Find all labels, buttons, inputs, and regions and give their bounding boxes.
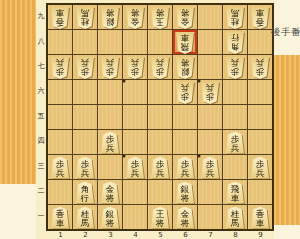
shogi-piece-歩兵: 歩兵 (198, 155, 222, 179)
shogi-piece-歩兵: 歩兵 (198, 80, 222, 104)
board-cell (73, 105, 97, 129)
board-cell: 桂馬 (223, 5, 247, 29)
shogi-piece-歩兵: 歩兵 (48, 55, 72, 79)
wallpaper-left (0, 0, 36, 184)
board-cell: 歩兵 (223, 55, 247, 79)
board-cell (223, 80, 247, 104)
shogi-piece-桂馬: 桂馬 (73, 205, 97, 229)
shogi-piece-歩兵: 歩兵 (123, 55, 147, 79)
shogi-piece-歩兵: 歩兵 (123, 155, 147, 179)
file-label: 8 (223, 231, 248, 239)
board-cell (48, 180, 72, 204)
board-cell (123, 205, 147, 229)
board-cell: 香車 (248, 5, 272, 29)
board-cell (48, 30, 72, 54)
file-label: 4 (123, 231, 148, 239)
rank-label: 一 (38, 203, 45, 228)
board-cell: 歩兵 (123, 155, 147, 179)
board-cell (198, 105, 222, 129)
board-cell: 銀将 (173, 55, 197, 79)
board-cell (248, 80, 272, 104)
shogi-piece-歩兵: 歩兵 (73, 155, 97, 179)
board-cell: 歩兵 (148, 155, 172, 179)
board-cell: 桂馬 (73, 5, 97, 29)
file-label: 7 (198, 231, 223, 239)
board-cell (98, 105, 122, 129)
shogi-piece-角行: 角行 (73, 180, 97, 204)
shogi-piece-金将: 金将 (123, 5, 147, 29)
shogi-piece-王将: 王将 (148, 205, 172, 229)
board-cell: 銀将 (98, 5, 122, 29)
shogi-piece-飛車: 飛車 (223, 180, 247, 204)
shogi-piece-歩兵: 歩兵 (223, 55, 247, 79)
board-cell: 香車 (48, 5, 72, 29)
shogi-piece-香車: 香車 (48, 205, 72, 229)
board-cell (198, 55, 222, 79)
rank-labels: 九八七六五四三二一 (36, 3, 46, 228)
board-cell: 桂馬 (223, 205, 247, 229)
shogi-piece-桂馬: 桂馬 (223, 205, 247, 229)
board-cell: 金将 (98, 180, 122, 204)
board-cell (173, 130, 197, 154)
board-cell: 歩兵 (73, 155, 97, 179)
file-labels: 123456789 (48, 231, 273, 239)
shogi-board-panel: 九八七六五四三二一 香車桂馬銀将金将玉将金将桂馬香車飛車角行歩兵歩兵歩兵歩兵歩兵… (36, 0, 274, 239)
board-cell (248, 180, 272, 204)
board-cell (148, 30, 172, 54)
board-cell (148, 130, 172, 154)
shogi-piece-歩兵: 歩兵 (173, 80, 197, 104)
shogi-piece-銀将: 銀将 (98, 205, 122, 229)
rank-label: 三 (38, 153, 45, 178)
rank-label: 八 (38, 28, 45, 53)
board-cell: 香車 (248, 205, 272, 229)
board-cell (123, 80, 147, 104)
board-cell-last-move: 飛車 (173, 30, 197, 54)
board-cell: 歩兵 (98, 55, 122, 79)
shogi-piece-歩兵: 歩兵 (223, 130, 247, 154)
shogi-piece-歩兵: 歩兵 (148, 155, 172, 179)
board-cell: 歩兵 (148, 55, 172, 79)
turn-indicator: 後手番 (271, 26, 300, 39)
file-label: 5 (148, 231, 173, 239)
shogi-piece-香車: 香車 (248, 205, 272, 229)
shogi-piece-銀将: 銀将 (98, 5, 122, 29)
shogi-piece-歩兵: 歩兵 (98, 130, 122, 154)
shogi-piece-金将: 金将 (98, 180, 122, 204)
board-cell (73, 30, 97, 54)
board-cell: 香車 (48, 205, 72, 229)
shogi-piece-歩兵: 歩兵 (48, 155, 72, 179)
wallpaper-right (274, 55, 300, 225)
board-cell (198, 130, 222, 154)
board-cell: 銀将 (173, 180, 197, 204)
board-cell (73, 130, 97, 154)
rank-label: 七 (38, 53, 45, 78)
board-cell: 歩兵 (198, 155, 222, 179)
file-label: 3 (98, 231, 123, 239)
shogi-piece-歩兵: 歩兵 (73, 55, 97, 79)
board-cell: 歩兵 (173, 80, 197, 104)
board-cell (198, 205, 222, 229)
board-cell (48, 130, 72, 154)
board-cell: 歩兵 (48, 155, 72, 179)
board-cell (148, 180, 172, 204)
file-label: 1 (48, 231, 73, 239)
board-cell: 玉将 (148, 5, 172, 29)
shogi-piece-香車: 香車 (48, 5, 72, 29)
shogi-piece-角行: 角行 (223, 30, 247, 54)
shogi-piece-銀将: 銀将 (173, 180, 197, 204)
shogi-piece-飛車: 飛車 (173, 30, 197, 54)
board-cell: 歩兵 (173, 155, 197, 179)
file-label: 9 (248, 231, 273, 239)
board-cell (248, 130, 272, 154)
shogi-piece-金将: 金将 (173, 5, 197, 29)
hoshi-dot (123, 80, 126, 83)
shogi-piece-歩兵: 歩兵 (98, 55, 122, 79)
hoshi-dot (198, 80, 201, 83)
shogi-piece-香車: 香車 (248, 5, 272, 29)
hoshi-dot (198, 155, 201, 158)
board-cell (198, 5, 222, 29)
rank-label: 五 (38, 103, 45, 128)
board-cell: 歩兵 (198, 80, 222, 104)
board-cell (198, 30, 222, 54)
board-cell (148, 105, 172, 129)
shogi-piece-銀将: 銀将 (173, 55, 197, 79)
rank-label: 六 (38, 78, 45, 103)
board-cell: 歩兵 (73, 55, 97, 79)
file-label: 2 (73, 231, 98, 239)
shogi-piece-歩兵: 歩兵 (148, 55, 172, 79)
board-cell (48, 105, 72, 129)
rank-label: 四 (38, 128, 45, 153)
board-cell (173, 105, 197, 129)
shogi-piece-金将: 金将 (173, 205, 197, 229)
board-cell: 金将 (173, 205, 197, 229)
hoshi-dot (123, 155, 126, 158)
rank-label: 二 (38, 178, 45, 203)
board-cell (148, 80, 172, 104)
shogi-piece-桂馬: 桂馬 (73, 5, 97, 29)
board-cell (248, 105, 272, 129)
board-cell (223, 155, 247, 179)
board-cell (248, 30, 272, 54)
board-cell (123, 105, 147, 129)
board-cell: 角行 (73, 180, 97, 204)
board-cell (123, 180, 147, 204)
board-cell: 歩兵 (48, 55, 72, 79)
board-cell (223, 105, 247, 129)
board-cell (123, 30, 147, 54)
board-cell (48, 80, 72, 104)
board-cell: 角行 (223, 30, 247, 54)
board-cell: 金将 (123, 5, 147, 29)
shogi-board: 香車桂馬銀将金将玉将金将桂馬香車飛車角行歩兵歩兵歩兵歩兵歩兵銀将歩兵歩兵歩兵歩兵… (46, 3, 274, 231)
shogi-piece-歩兵: 歩兵 (248, 155, 272, 179)
board-cell: 銀将 (98, 205, 122, 229)
board-cell: 歩兵 (248, 55, 272, 79)
board-cell: 歩兵 (123, 55, 147, 79)
board-cell: 王将 (148, 205, 172, 229)
shogi-piece-玉将: 玉将 (148, 5, 172, 29)
board-cell: 歩兵 (98, 130, 122, 154)
rank-label: 九 (38, 3, 45, 28)
board-cell (123, 130, 147, 154)
board-cell (98, 30, 122, 54)
board-cell: 桂馬 (73, 205, 97, 229)
board-cell (198, 180, 222, 204)
board-cell: 金将 (173, 5, 197, 29)
shogi-piece-歩兵: 歩兵 (173, 155, 197, 179)
board-cell: 飛車 (223, 180, 247, 204)
shogi-piece-桂馬: 桂馬 (223, 5, 247, 29)
file-label: 6 (173, 231, 198, 239)
board-cell (73, 80, 97, 104)
board-cell (98, 80, 122, 104)
board-cell: 歩兵 (223, 130, 247, 154)
board-cell (98, 155, 122, 179)
board-cell: 歩兵 (248, 155, 272, 179)
shogi-piece-歩兵: 歩兵 (248, 55, 272, 79)
